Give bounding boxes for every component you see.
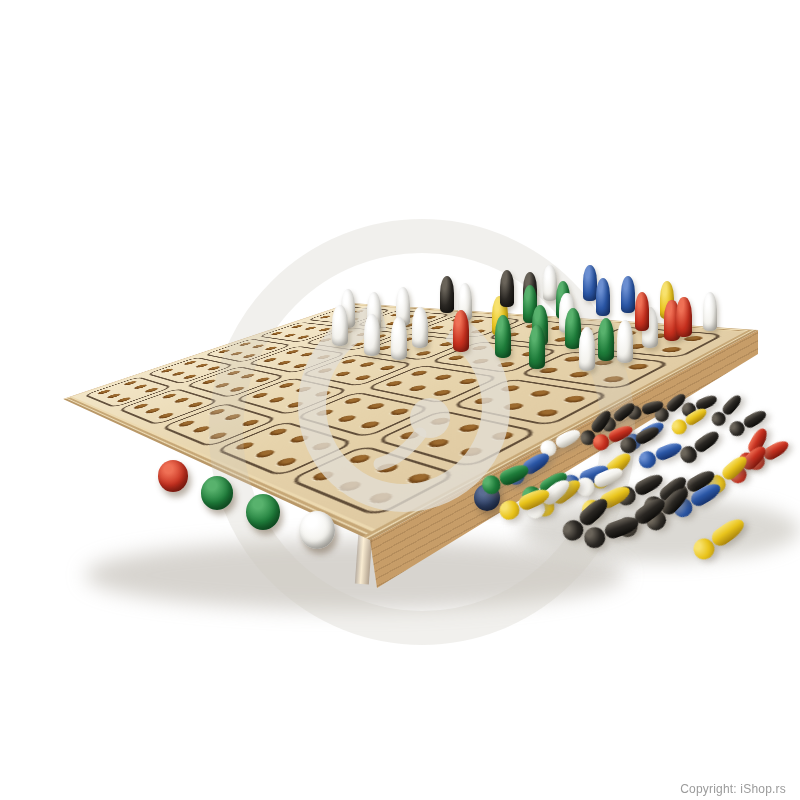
peg-body (761, 438, 791, 463)
peg-head (678, 444, 701, 467)
standing-peg-black (500, 270, 514, 307)
copyright-text: Copyright: iShop.rs (680, 782, 786, 796)
peg-hole (144, 407, 162, 414)
peg-hole (396, 431, 423, 441)
peg-hole (373, 462, 402, 474)
peg-hole (421, 316, 438, 320)
peg-hole (294, 386, 314, 393)
loose-peg-red (744, 436, 792, 474)
peg-hole (560, 356, 584, 362)
peg-hole (358, 362, 377, 368)
loose-peg-black (709, 391, 745, 429)
peg-hole (574, 328, 595, 333)
loose-peg-yellow (669, 404, 711, 438)
peg-hole (284, 350, 301, 355)
peg-hole (428, 325, 446, 329)
peg-hole (365, 311, 380, 314)
peg-hole (552, 337, 574, 342)
peg-hole (200, 379, 217, 385)
standing-peg-white (543, 265, 557, 301)
peg-hole (346, 453, 373, 464)
peg-body (720, 392, 743, 416)
peg-hole (312, 390, 333, 397)
loose-peg-red (736, 426, 772, 473)
peg-hole (448, 327, 466, 331)
peg-hole (282, 333, 297, 337)
peg-hole (227, 386, 245, 392)
peg-hole (647, 333, 671, 339)
peg-hole (208, 431, 230, 440)
peg-hole (170, 371, 186, 376)
peg-head (559, 472, 582, 495)
peg-hole (266, 397, 286, 404)
peg-hole (388, 408, 412, 416)
peg-head (744, 451, 767, 474)
peg-hole (493, 348, 514, 354)
peg-hole (303, 326, 318, 330)
peg-hole (469, 329, 488, 334)
peg-hole (523, 324, 543, 329)
product-photo: Copyright: iShop.rs (0, 0, 800, 800)
peg-hole (401, 323, 418, 327)
peg-hole (489, 321, 508, 325)
peg-head (588, 467, 613, 492)
peg-hole (318, 315, 332, 318)
peg-hole (600, 375, 627, 383)
peg-hole (317, 338, 333, 342)
peg-hole (291, 363, 309, 368)
peg-hole (261, 358, 278, 363)
peg-hole (207, 408, 227, 415)
peg-hole (384, 321, 400, 325)
peg-hole (658, 346, 683, 352)
peg-hole (316, 328, 331, 332)
peg-hole (228, 352, 243, 356)
peg-hole (416, 340, 435, 345)
peg-hole (96, 389, 112, 395)
peg-hole (351, 310, 366, 313)
peg-head (736, 450, 758, 472)
peg-body (746, 427, 770, 456)
peg-hole (533, 409, 561, 418)
peg-hole (172, 397, 190, 403)
peg-hole (370, 334, 387, 338)
peg-hole (106, 393, 122, 399)
peg-body (684, 406, 710, 428)
peg-body (653, 441, 683, 463)
peg-body (742, 408, 768, 430)
peg-hole (594, 341, 617, 347)
loose-peg-black (727, 406, 769, 439)
peg-body (592, 465, 625, 490)
peg-hole (383, 381, 405, 388)
peg-hole (253, 449, 278, 459)
peg-hole (216, 349, 231, 353)
peg-hole (352, 375, 372, 381)
peg-body (578, 462, 611, 486)
peg-hole (616, 331, 639, 336)
peg-hole (132, 384, 148, 389)
peg-hole (432, 374, 454, 381)
peg-hole (406, 385, 429, 392)
peg-hole (397, 337, 415, 342)
peg-hole (132, 403, 150, 409)
peg-hole (315, 355, 333, 360)
peg-hole (548, 326, 569, 331)
peg-hole (284, 401, 305, 408)
peg-hole (289, 325, 303, 329)
peg-hole (269, 332, 284, 336)
peg-hole (287, 434, 311, 443)
peg-body (604, 450, 635, 479)
peg-hole (469, 319, 487, 323)
peg-hole (357, 421, 382, 430)
standing-peg-blue (596, 278, 610, 316)
peg-hole (456, 423, 483, 433)
peg-hole (239, 373, 257, 379)
peg-hole (625, 343, 649, 349)
peg-hole (404, 314, 420, 318)
peg-hole (309, 442, 334, 452)
peg-hole (403, 472, 434, 485)
peg-hole (393, 348, 412, 353)
peg-hole (250, 392, 270, 399)
peg-hole (446, 355, 467, 361)
loose-peg-yellow (704, 451, 752, 497)
peg-head (726, 462, 750, 486)
peg-head (574, 475, 598, 499)
peg-body (632, 471, 666, 498)
peg-hole (378, 365, 398, 371)
peg-hole (275, 360, 292, 365)
standing-peg-green (556, 281, 570, 319)
peg-hole (206, 366, 222, 371)
peg-hole (346, 318, 361, 322)
peg-hole (424, 438, 452, 449)
peg-head (636, 449, 658, 471)
loose-peg-red (725, 441, 771, 487)
peg-hole (413, 351, 433, 356)
peg-hole (342, 397, 364, 404)
peg-hole (296, 335, 312, 339)
peg-hole (181, 374, 197, 379)
peg-hole (449, 318, 466, 322)
peg-hole (274, 457, 300, 468)
peg-hole (500, 402, 527, 411)
peg-hole (427, 417, 453, 426)
peg-hole (234, 441, 257, 450)
peg-hole (223, 413, 244, 421)
standing-peg-black (523, 272, 537, 309)
peg-hole (567, 371, 592, 378)
peg-hole (177, 420, 197, 428)
peg-hole (143, 387, 160, 393)
peg-hole (436, 342, 455, 347)
loose-peg-yellow (588, 448, 636, 493)
peg-pile-shadow (520, 498, 800, 562)
peg-body (684, 467, 717, 495)
standing-peg-blue (583, 265, 597, 301)
peg-hole (519, 351, 541, 357)
peg-hole (315, 368, 334, 374)
peg-head (727, 419, 747, 439)
standing-peg-white (703, 292, 718, 331)
peg-hole (528, 389, 554, 397)
peg-hole (365, 491, 396, 505)
peg-hole (299, 352, 316, 357)
peg-hole (186, 401, 205, 408)
peg-hole (455, 447, 485, 458)
standing-peg-blue (621, 276, 635, 313)
peg-hole (333, 371, 353, 377)
peg-hole (238, 342, 253, 346)
peg-hole (267, 428, 290, 437)
peg-hole (310, 470, 338, 482)
peg-hole (336, 480, 366, 493)
peg-hole (241, 354, 257, 359)
peg-hole (469, 346, 490, 351)
peg-hole (354, 332, 371, 336)
peg-body (693, 393, 718, 412)
peg-hole (526, 334, 547, 339)
peg-hole (488, 431, 517, 442)
peg-hole (116, 397, 133, 403)
peg-body (720, 453, 751, 483)
peg-hole (591, 360, 616, 367)
peg-hole (213, 383, 231, 389)
peg-body (549, 476, 583, 507)
peg-hole (159, 368, 174, 373)
peg-body (693, 429, 722, 455)
peg-hole (375, 346, 393, 351)
standing-peg-yellow (660, 281, 674, 319)
peg-hole (225, 370, 242, 375)
loose-peg-blue (636, 438, 684, 471)
peg-hole (338, 331, 354, 335)
loose-peg-white (574, 462, 627, 499)
peg-hole (469, 358, 491, 364)
peg-hole (409, 370, 430, 376)
peg-hole (122, 381, 138, 386)
peg-head (679, 401, 697, 419)
peg-hole (536, 367, 560, 374)
peg-hole (624, 363, 650, 370)
peg-hole (160, 393, 178, 399)
peg-hole (561, 395, 588, 404)
loose-peg-black (677, 427, 722, 466)
peg-hole (364, 402, 387, 410)
peg-hole (349, 342, 366, 347)
peg-hole (388, 313, 404, 317)
peg-hole (332, 340, 349, 344)
peg-hole (239, 419, 261, 427)
peg-head (709, 409, 729, 429)
peg-hole (340, 359, 359, 364)
peg-hole (470, 397, 495, 405)
peg-body (740, 443, 769, 472)
peg-hole (332, 317, 347, 320)
peg-hole (313, 409, 336, 417)
peg-hole (337, 309, 351, 312)
peg-hole (495, 362, 518, 368)
peg-hole (192, 425, 213, 433)
peg-hole (368, 320, 384, 324)
peg-hole (194, 363, 210, 368)
peg-hole (430, 389, 454, 397)
standing-peg-black (440, 276, 454, 313)
peg-hole (251, 344, 266, 348)
peg-hole (156, 412, 175, 419)
peg-hole (680, 336, 705, 342)
peg-hole (498, 384, 523, 392)
peg-hole (334, 415, 358, 423)
peg-head (704, 471, 729, 496)
peg-head (669, 417, 689, 437)
peg-hole (502, 332, 522, 337)
peg-hole (457, 378, 480, 385)
peg-hole (183, 361, 198, 366)
peg-hole (277, 382, 296, 388)
peg-hole (253, 377, 271, 383)
peg-hole (263, 346, 279, 350)
